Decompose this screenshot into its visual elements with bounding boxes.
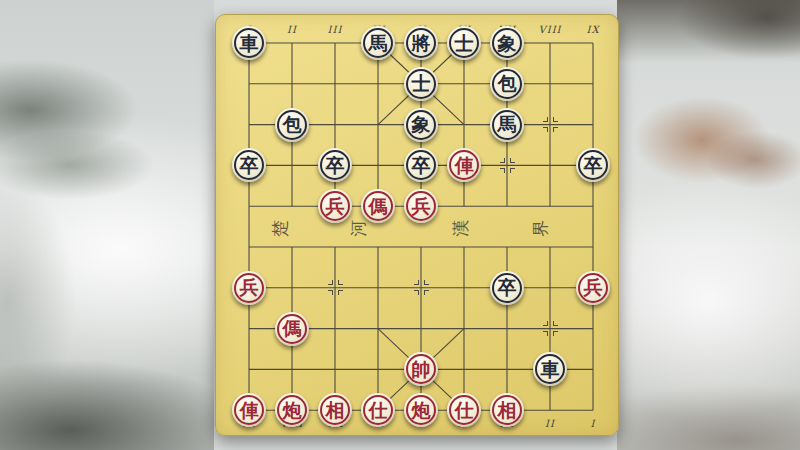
piece-red-advisor[interactable]: 仕 — [447, 393, 481, 427]
piece-red-soldier[interactable]: 兵 — [232, 271, 266, 305]
piece-red-horse[interactable]: 傌 — [361, 189, 395, 223]
piece-red-cannon[interactable]: 炮 — [275, 393, 309, 427]
piece-character: 卒 — [584, 156, 603, 175]
piece-character: 卒 — [240, 156, 259, 175]
point-marker — [414, 280, 429, 295]
river-character: 漢 — [449, 220, 472, 237]
piece-red-soldier[interactable]: 兵 — [318, 189, 352, 223]
piece-ring: 卒 — [406, 150, 436, 180]
piece-ring: 兵 — [234, 273, 264, 303]
piece-ring: 傌 — [277, 314, 307, 344]
piece-ring: 卒 — [234, 150, 264, 180]
file-label: II — [287, 24, 297, 35]
piece-ring: 兵 — [406, 191, 436, 221]
file-label: II — [545, 418, 555, 429]
piece-character: 將 — [412, 34, 431, 53]
piece-black-soldier[interactable]: 卒 — [490, 271, 524, 305]
piece-character: 相 — [498, 401, 517, 420]
piece-ring: 傌 — [363, 191, 393, 221]
piece-character: 兵 — [584, 278, 603, 297]
piece-character: 俥 — [455, 156, 474, 175]
piece-ring: 帥 — [406, 354, 436, 384]
piece-red-chariot[interactable]: 俥 — [232, 393, 266, 427]
file-label: I — [591, 418, 596, 429]
file-label: VIII — [538, 24, 561, 35]
piece-ring: 士 — [449, 28, 479, 58]
piece-ring: 包 — [277, 110, 307, 140]
piece-black-horse[interactable]: 馬 — [361, 26, 395, 60]
piece-red-soldier[interactable]: 兵 — [404, 189, 438, 223]
piece-character: 相 — [326, 401, 345, 420]
piece-black-cannon[interactable]: 包 — [490, 67, 524, 101]
piece-red-advisor[interactable]: 仕 — [361, 393, 395, 427]
piece-character: 馬 — [498, 115, 517, 134]
piece-ring: 馬 — [492, 110, 522, 140]
piece-character: 車 — [240, 34, 259, 53]
point-marker — [500, 158, 515, 173]
piece-ring: 士 — [406, 69, 436, 99]
piece-ring: 炮 — [406, 395, 436, 425]
piece-character: 兵 — [412, 197, 431, 216]
piece-character: 包 — [283, 115, 302, 134]
piece-character: 士 — [455, 34, 474, 53]
piece-black-general[interactable]: 將 — [404, 26, 438, 60]
piece-black-advisor[interactable]: 士 — [447, 26, 481, 60]
piece-red-elephant[interactable]: 相 — [490, 393, 524, 427]
river-character: 界 — [529, 220, 552, 237]
piece-character: 包 — [498, 74, 517, 93]
misty-background-right — [617, 0, 800, 450]
piece-character: 車 — [541, 360, 560, 379]
piece-black-elephant[interactable]: 象 — [404, 108, 438, 142]
piece-character: 卒 — [412, 156, 431, 175]
piece-ring: 相 — [492, 395, 522, 425]
piece-character: 象 — [498, 34, 517, 53]
piece-ring: 馬 — [363, 28, 393, 58]
piece-ring: 將 — [406, 28, 436, 58]
misty-background-left — [0, 0, 214, 450]
piece-red-soldier[interactable]: 兵 — [576, 271, 610, 305]
piece-character: 仕 — [369, 401, 388, 420]
piece-character: 傌 — [283, 319, 302, 338]
piece-black-advisor[interactable]: 士 — [404, 67, 438, 101]
piece-ring: 俥 — [449, 150, 479, 180]
piece-character: 兵 — [326, 197, 345, 216]
piece-character: 帥 — [412, 360, 431, 379]
piece-ring: 相 — [320, 395, 350, 425]
file-label: III — [328, 24, 343, 35]
file-label: IX — [586, 24, 599, 35]
piece-ring: 卒 — [320, 150, 350, 180]
piece-black-cannon[interactable]: 包 — [275, 108, 309, 142]
point-marker — [328, 280, 343, 295]
piece-character: 馬 — [369, 34, 388, 53]
xiangqi-board: IIIIIIIVVVIVIIVIIIIX IXVIIIVIIVIVIVIIIII… — [215, 14, 619, 436]
piece-ring: 仕 — [363, 395, 393, 425]
piece-ring: 仕 — [449, 395, 479, 425]
piece-red-horse[interactable]: 傌 — [275, 312, 309, 346]
piece-red-elephant[interactable]: 相 — [318, 393, 352, 427]
piece-character: 傌 — [369, 197, 388, 216]
piece-ring: 兵 — [578, 273, 608, 303]
river-character: 河 — [347, 220, 370, 237]
screenshot-root: IIIIIIIVVVIVIIVIIIIX IXVIIIVIIVIVIVIIIII… — [0, 0, 800, 450]
piece-character: 士 — [412, 74, 431, 93]
piece-character: 炮 — [412, 401, 431, 420]
piece-ring: 包 — [492, 69, 522, 99]
piece-ring: 車 — [535, 354, 565, 384]
piece-character: 俥 — [240, 401, 259, 420]
piece-character: 卒 — [326, 156, 345, 175]
piece-ring: 炮 — [277, 395, 307, 425]
piece-ring: 象 — [492, 28, 522, 58]
piece-ring: 車 — [234, 28, 264, 58]
piece-black-elephant[interactable]: 象 — [490, 26, 524, 60]
piece-character: 卒 — [498, 278, 517, 297]
piece-ring: 俥 — [234, 395, 264, 425]
piece-ring: 兵 — [320, 191, 350, 221]
piece-black-horse[interactable]: 馬 — [490, 108, 524, 142]
piece-character: 炮 — [283, 401, 302, 420]
piece-character: 象 — [412, 115, 431, 134]
piece-character: 仕 — [455, 401, 474, 420]
piece-red-cannon[interactable]: 炮 — [404, 393, 438, 427]
piece-character: 兵 — [240, 278, 259, 297]
piece-ring: 卒 — [492, 273, 522, 303]
point-marker — [543, 117, 558, 132]
river-character: 楚 — [269, 220, 292, 237]
point-marker — [543, 321, 558, 336]
piece-ring: 象 — [406, 110, 436, 140]
piece-black-chariot[interactable]: 車 — [232, 26, 266, 60]
piece-ring: 卒 — [578, 150, 608, 180]
